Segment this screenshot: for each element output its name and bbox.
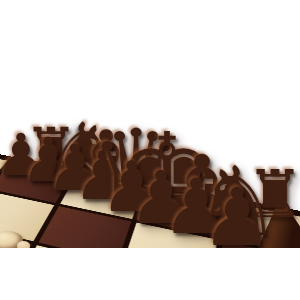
white-piece-top-2 (17, 241, 30, 248)
product-photo: ♜♟♟♞♟♝♟♛♚♟♜♟♝♟♞♟ (0, 0, 300, 300)
photo-area: ♜♟♟♞♟♝♟♛♚♟♜♟♝♟♞♟ (0, 0, 300, 248)
dark-pawn-h7: ♟ (201, 178, 273, 248)
